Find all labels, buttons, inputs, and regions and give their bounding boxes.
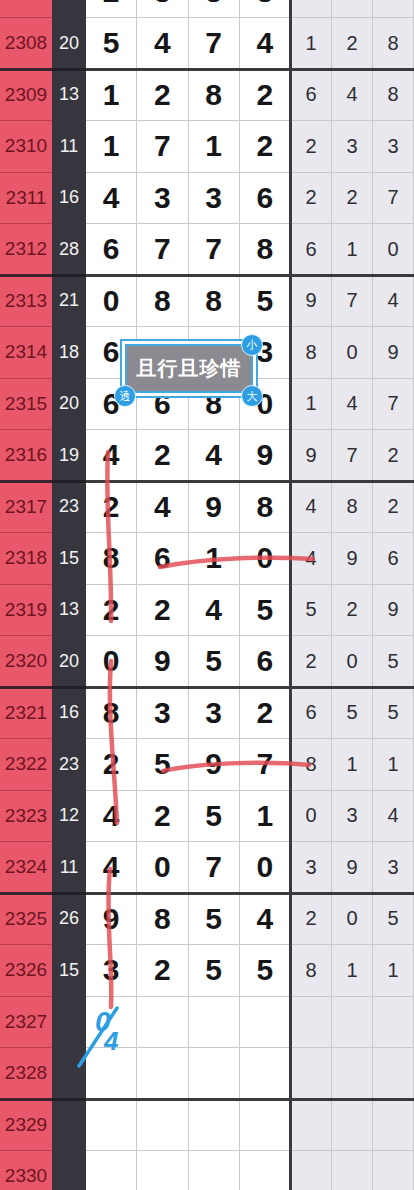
extra-digit-cell: 9 bbox=[291, 430, 332, 482]
digit-cell: 4 bbox=[86, 173, 137, 225]
extra-digit-cell: 3 bbox=[332, 791, 373, 843]
extra-digit-cell: 6 bbox=[291, 70, 332, 122]
digit-cell: 6 bbox=[240, 636, 291, 688]
sum-cell: 13 bbox=[52, 585, 86, 637]
digit-cell: 1 bbox=[189, 533, 240, 585]
digit-cell: 9 bbox=[86, 894, 137, 946]
digit-cell-partial: 3 bbox=[189, 0, 240, 18]
digit-cell bbox=[189, 997, 240, 1049]
digit-cell: 4 bbox=[137, 18, 188, 70]
digit-cell: 3 bbox=[86, 945, 137, 997]
extra-digit-cell: 8 bbox=[373, 70, 414, 122]
digit-cell: 8 bbox=[86, 533, 137, 585]
digit-cell: 1 bbox=[86, 70, 137, 122]
extra-digit-cell: 1 bbox=[332, 739, 373, 791]
period-cell: 2310 bbox=[0, 121, 52, 173]
extra-digit-cell: 0 bbox=[291, 791, 332, 843]
partial-digit: 0 bbox=[373, 0, 413, 4]
extra-digit-cell: 2 bbox=[291, 121, 332, 173]
period-cell: 2308 bbox=[0, 18, 52, 70]
digit-cell bbox=[137, 1151, 188, 1190]
digit-cell: 1 bbox=[189, 121, 240, 173]
digit-cell: 5 bbox=[189, 945, 240, 997]
group-separator-line bbox=[0, 1098, 414, 1101]
digit-cell: 7 bbox=[137, 121, 188, 173]
extra-digit-cell: 1 bbox=[291, 18, 332, 70]
sum-cell: 23 bbox=[52, 482, 86, 534]
digit-cell: 4 bbox=[189, 430, 240, 482]
extra-digit-cell: 1 bbox=[332, 224, 373, 276]
extra-digit-cell: 1 bbox=[332, 945, 373, 997]
digit-cell bbox=[240, 1100, 291, 1152]
digit-cell bbox=[240, 997, 291, 1049]
extra-digit-cell: 5 bbox=[373, 636, 414, 688]
extra-digit-cell: 5 bbox=[373, 688, 414, 740]
period-cell-partial bbox=[0, 0, 52, 18]
extra-digit-cell: 4 bbox=[373, 276, 414, 328]
extra-digit-cell bbox=[373, 1048, 414, 1100]
extra-digit-cell: 1 bbox=[291, 379, 332, 431]
digit-cell: 7 bbox=[189, 224, 240, 276]
extra-digit-cell: 6 bbox=[373, 533, 414, 585]
digit-cell: 4 bbox=[137, 482, 188, 534]
partial-digit: 0 bbox=[332, 0, 372, 4]
digit-cell: 8 bbox=[240, 224, 291, 276]
digit-cell: 8 bbox=[86, 688, 137, 740]
extra-digit-cell: 7 bbox=[332, 430, 373, 482]
extra-digit-cell bbox=[373, 997, 414, 1049]
extra-digit-cell: 1 bbox=[373, 945, 414, 997]
extra-digit-cell bbox=[332, 1151, 373, 1190]
digit-cell: 5 bbox=[189, 791, 240, 843]
digit-cell: 6 bbox=[240, 173, 291, 225]
digit-cell bbox=[240, 1151, 291, 1190]
sum-cell: 11 bbox=[52, 842, 86, 894]
extra-digit-cell: 7 bbox=[373, 173, 414, 225]
extra-digit-cell: 2 bbox=[373, 482, 414, 534]
extra-digit-cell: 6 bbox=[291, 224, 332, 276]
group-separator-line bbox=[0, 68, 414, 71]
extra-digit-cell: 5 bbox=[332, 688, 373, 740]
sum-cell: 23 bbox=[52, 739, 86, 791]
digit-cell: 2 bbox=[240, 121, 291, 173]
sum-cell: 28 bbox=[52, 224, 86, 276]
partial-digit: 3 bbox=[189, 0, 239, 9]
digit-cell: 5 bbox=[86, 18, 137, 70]
period-cell: 2328 bbox=[0, 1048, 52, 1100]
extra-digit-cell: 0 bbox=[373, 224, 414, 276]
digit-cell: 4 bbox=[86, 430, 137, 482]
digit-cell: 4 bbox=[86, 842, 137, 894]
period-cell: 2314 bbox=[0, 327, 52, 379]
extra-digit-cell: 2 bbox=[332, 585, 373, 637]
sum-cell bbox=[52, 997, 86, 1049]
period-cell: 2322 bbox=[0, 739, 52, 791]
digit-cell: 5 bbox=[240, 276, 291, 328]
sum-cell: 15 bbox=[52, 945, 86, 997]
digit-cell bbox=[86, 1048, 137, 1100]
extra-digit-cell: 7 bbox=[373, 379, 414, 431]
period-cell: 2325 bbox=[0, 894, 52, 946]
extra-digit-cell: 2 bbox=[332, 18, 373, 70]
digit-cell bbox=[86, 1100, 137, 1152]
digit-cell: 0 bbox=[240, 842, 291, 894]
digit-cell: 3 bbox=[137, 173, 188, 225]
digit-cell: 2 bbox=[137, 945, 188, 997]
period-cell: 2330 bbox=[0, 1151, 52, 1190]
partial-digit: 3 bbox=[240, 0, 290, 9]
period-cell: 2321 bbox=[0, 688, 52, 740]
digit-cell: 7 bbox=[189, 842, 240, 894]
extra-digit-cell: 4 bbox=[291, 533, 332, 585]
digit-cell bbox=[86, 997, 137, 1049]
period-cell: 2317 bbox=[0, 482, 52, 534]
extra-digit-cell: 3 bbox=[373, 842, 414, 894]
period-cell: 2315 bbox=[0, 379, 52, 431]
extra-digit-cell-partial: 0 bbox=[291, 0, 332, 18]
period-cell: 2309 bbox=[0, 70, 52, 122]
extra-digit-cell: 3 bbox=[332, 121, 373, 173]
period-cell: 2311 bbox=[0, 173, 52, 225]
digit-cell: 2 bbox=[137, 791, 188, 843]
digit-cell: 6 bbox=[137, 533, 188, 585]
digit-cell: 7 bbox=[189, 18, 240, 70]
digit-cell: 2 bbox=[86, 482, 137, 534]
period-cell: 2312 bbox=[0, 224, 52, 276]
annotation-text: 且行且珍惜 bbox=[125, 344, 253, 393]
extra-digit-cell: 8 bbox=[291, 327, 332, 379]
digit-cell: 1 bbox=[86, 121, 137, 173]
extra-digit-cell: 4 bbox=[332, 379, 373, 431]
digit-cell: 8 bbox=[240, 482, 291, 534]
trend-grid: 2333000230820547412823091312826482310111… bbox=[0, 0, 414, 1190]
sum-cell: 20 bbox=[52, 636, 86, 688]
sum-cell: 26 bbox=[52, 894, 86, 946]
extra-digit-cell: 2 bbox=[373, 430, 414, 482]
group-separator-line bbox=[0, 892, 414, 895]
sum-cell: 16 bbox=[52, 688, 86, 740]
extra-digit-cell: 9 bbox=[332, 842, 373, 894]
extra-digit-cell bbox=[291, 1151, 332, 1190]
digit-cell-partial: 3 bbox=[240, 0, 291, 18]
digit-cell: 8 bbox=[189, 70, 240, 122]
group-separator-line bbox=[0, 274, 414, 277]
digit-cell: 2 bbox=[137, 585, 188, 637]
extra-digit-cell: 4 bbox=[373, 791, 414, 843]
digit-cell: 7 bbox=[240, 739, 291, 791]
digit-cell: 5 bbox=[189, 636, 240, 688]
extra-digit-cell bbox=[332, 997, 373, 1049]
period-cell: 2327 bbox=[0, 997, 52, 1049]
period-cell: 2324 bbox=[0, 842, 52, 894]
period-cell: 2323 bbox=[0, 791, 52, 843]
group-separator-line bbox=[0, 480, 414, 483]
extra-digit-cell bbox=[291, 1100, 332, 1152]
sum-cell bbox=[52, 1048, 86, 1100]
extra-digit-cell: 9 bbox=[291, 276, 332, 328]
digit-cell: 5 bbox=[240, 945, 291, 997]
digit-cell-partial: 2 bbox=[86, 0, 137, 18]
sum-cell: 20 bbox=[52, 379, 86, 431]
group-separator-line bbox=[0, 686, 414, 689]
digit-cell: 5 bbox=[137, 739, 188, 791]
sum-cell-partial bbox=[52, 0, 86, 18]
digit-cell-partial: 3 bbox=[137, 0, 188, 18]
period-cell: 2326 bbox=[0, 945, 52, 997]
digit-cell: 5 bbox=[189, 894, 240, 946]
digit-cell: 5 bbox=[240, 585, 291, 637]
digit-cell: 3 bbox=[189, 173, 240, 225]
digit-cell: 4 bbox=[240, 18, 291, 70]
extra-digit-cell-partial: 0 bbox=[332, 0, 373, 18]
digit-cell: 3 bbox=[189, 688, 240, 740]
extra-digit-cell bbox=[373, 1151, 414, 1190]
period-cell: 2319 bbox=[0, 585, 52, 637]
extra-digit-cell bbox=[332, 1048, 373, 1100]
digit-cell bbox=[137, 997, 188, 1049]
extra-digit-cell: 2 bbox=[291, 636, 332, 688]
digit-cell: 8 bbox=[137, 894, 188, 946]
extra-digit-cell: 8 bbox=[291, 739, 332, 791]
sum-cell: 20 bbox=[52, 18, 86, 70]
extra-digit-cell: 0 bbox=[332, 636, 373, 688]
extra-digit-cell: 1 bbox=[373, 739, 414, 791]
extra-digit-cell bbox=[373, 1100, 414, 1152]
extra-digit-cell: 4 bbox=[291, 482, 332, 534]
digit-cell bbox=[189, 1151, 240, 1190]
extra-digit-cell: 3 bbox=[373, 121, 414, 173]
digit-cell: 9 bbox=[189, 739, 240, 791]
period-cell: 2316 bbox=[0, 430, 52, 482]
sum-cell: 16 bbox=[52, 173, 86, 225]
transparency-handle[interactable]: 透 bbox=[114, 385, 136, 407]
digit-cell: 4 bbox=[240, 894, 291, 946]
digit-cell: 8 bbox=[189, 276, 240, 328]
extra-digit-cell-partial: 0 bbox=[373, 0, 414, 18]
partial-digit: 0 bbox=[291, 0, 331, 4]
digit-cell: 2 bbox=[240, 70, 291, 122]
period-cell: 2318 bbox=[0, 533, 52, 585]
digit-cell: 4 bbox=[189, 585, 240, 637]
digit-cell bbox=[86, 1151, 137, 1190]
sum-cell: 15 bbox=[52, 533, 86, 585]
shrink-handle[interactable]: 小 bbox=[241, 334, 263, 356]
digit-cell bbox=[189, 1048, 240, 1100]
text-annotation-box[interactable]: 且行且珍惜 小 透 大 bbox=[120, 339, 258, 398]
enlarge-handle[interactable]: 大 bbox=[241, 385, 263, 407]
sum-cell: 11 bbox=[52, 121, 86, 173]
partial-digit: 2 bbox=[86, 0, 136, 9]
digit-cell: 7 bbox=[137, 224, 188, 276]
extra-digit-cell: 2 bbox=[332, 173, 373, 225]
digit-cell: 0 bbox=[86, 276, 137, 328]
extra-digit-cell: 4 bbox=[332, 70, 373, 122]
extra-digit-cell: 6 bbox=[291, 688, 332, 740]
sum-cell: 12 bbox=[52, 791, 86, 843]
period-cell: 2320 bbox=[0, 636, 52, 688]
digit-cell bbox=[240, 1048, 291, 1100]
digit-cell bbox=[137, 1048, 188, 1100]
sum-cell bbox=[52, 1151, 86, 1190]
extra-digit-cell: 9 bbox=[373, 585, 414, 637]
digit-cell: 2 bbox=[86, 585, 137, 637]
sum-cell bbox=[52, 1100, 86, 1152]
period-cell: 2329 bbox=[0, 1100, 52, 1152]
extra-digit-cell: 8 bbox=[373, 18, 414, 70]
partial-digit: 3 bbox=[137, 0, 187, 9]
extra-digit-cell bbox=[291, 1048, 332, 1100]
extra-digit-cell: 9 bbox=[332, 533, 373, 585]
digit-cell: 8 bbox=[137, 276, 188, 328]
sum-cell: 13 bbox=[52, 70, 86, 122]
digit-cell: 0 bbox=[86, 636, 137, 688]
digit-cell: 0 bbox=[240, 533, 291, 585]
extra-digit-cell: 7 bbox=[332, 276, 373, 328]
digit-cell: 4 bbox=[86, 791, 137, 843]
digit-cell bbox=[189, 1100, 240, 1152]
extra-digit-cell: 5 bbox=[373, 894, 414, 946]
extra-digit-cell: 0 bbox=[332, 894, 373, 946]
extra-digit-cell: 3 bbox=[291, 842, 332, 894]
digit-cell: 9 bbox=[240, 430, 291, 482]
digit-cell: 1 bbox=[240, 791, 291, 843]
extra-digit-cell: 8 bbox=[291, 945, 332, 997]
extra-digit-cell bbox=[332, 1100, 373, 1152]
period-cell: 2313 bbox=[0, 276, 52, 328]
section-separator-line bbox=[289, 0, 292, 1190]
lottery-trend-chart-screen: 2333000230820547412823091312826482310111… bbox=[0, 0, 414, 1190]
extra-digit-cell: 2 bbox=[291, 173, 332, 225]
extra-digit-cell: 2 bbox=[291, 894, 332, 946]
digit-cell: 9 bbox=[137, 636, 188, 688]
digit-cell: 6 bbox=[86, 224, 137, 276]
sum-cell: 21 bbox=[52, 276, 86, 328]
extra-digit-cell bbox=[291, 997, 332, 1049]
extra-digit-cell: 5 bbox=[291, 585, 332, 637]
digit-cell: 2 bbox=[137, 70, 188, 122]
digit-cell: 3 bbox=[137, 688, 188, 740]
digit-cell: 2 bbox=[240, 688, 291, 740]
extra-digit-cell: 0 bbox=[332, 327, 373, 379]
digit-cell: 0 bbox=[137, 842, 188, 894]
digit-cell: 9 bbox=[189, 482, 240, 534]
sum-cell: 18 bbox=[52, 327, 86, 379]
extra-digit-cell: 8 bbox=[332, 482, 373, 534]
digit-cell: 2 bbox=[137, 430, 188, 482]
extra-digit-cell: 9 bbox=[373, 327, 414, 379]
digit-cell: 2 bbox=[86, 739, 137, 791]
digit-cell bbox=[137, 1100, 188, 1152]
sum-cell: 19 bbox=[52, 430, 86, 482]
